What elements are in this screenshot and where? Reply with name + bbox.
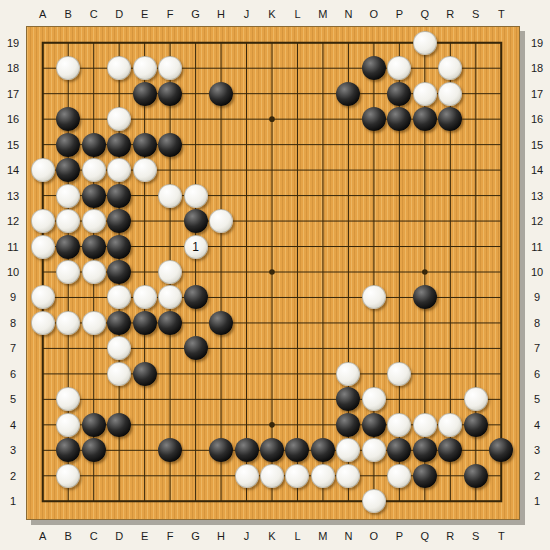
intersection[interactable] [387,285,412,310]
intersection[interactable] [132,412,157,437]
white-stone[interactable] [31,209,55,233]
intersection[interactable] [106,412,131,437]
intersection[interactable] [132,234,157,259]
intersection[interactable] [183,361,208,386]
intersection[interactable] [157,412,182,437]
black-stone[interactable] [362,413,386,437]
intersection[interactable] [361,183,386,208]
intersection[interactable] [55,208,80,233]
intersection[interactable] [259,310,284,335]
intersection[interactable] [336,438,361,463]
intersection[interactable] [336,157,361,182]
intersection[interactable] [132,30,157,55]
intersection[interactable] [30,55,55,80]
intersection[interactable] [285,412,310,437]
black-stone[interactable] [82,133,106,157]
intersection[interactable] [132,489,157,514]
intersection[interactable] [336,183,361,208]
intersection[interactable] [489,412,514,437]
intersection[interactable] [463,55,488,80]
intersection[interactable] [285,81,310,106]
intersection[interactable] [336,310,361,335]
intersection[interactable] [310,463,335,488]
white-stone[interactable] [438,82,462,106]
intersection[interactable] [336,234,361,259]
intersection[interactable] [30,438,55,463]
intersection[interactable] [412,157,437,182]
intersection[interactable] [387,132,412,157]
intersection[interactable] [489,438,514,463]
intersection[interactable] [183,336,208,361]
intersection[interactable] [489,183,514,208]
intersection[interactable] [387,412,412,437]
intersection[interactable] [259,463,284,488]
intersection[interactable] [489,361,514,386]
white-stone[interactable] [438,413,462,437]
intersection[interactable] [463,183,488,208]
intersection[interactable] [81,106,106,131]
white-stone[interactable] [56,56,80,80]
white-stone[interactable] [362,387,386,411]
intersection[interactable] [81,157,106,182]
intersection[interactable] [412,285,437,310]
intersection[interactable] [55,438,80,463]
intersection[interactable] [336,106,361,131]
black-stone[interactable] [56,133,80,157]
white-stone[interactable] [158,260,182,284]
intersection[interactable] [132,106,157,131]
white-stone[interactable] [133,158,157,182]
intersection[interactable] [489,208,514,233]
intersection[interactable] [30,183,55,208]
intersection[interactable] [438,336,463,361]
intersection[interactable] [285,310,310,335]
intersection[interactable] [387,30,412,55]
intersection[interactable] [438,361,463,386]
intersection[interactable] [183,208,208,233]
white-stone[interactable] [56,387,80,411]
intersection[interactable] [157,183,182,208]
intersection[interactable] [157,81,182,106]
intersection[interactable] [310,489,335,514]
intersection[interactable] [336,463,361,488]
intersection[interactable] [285,30,310,55]
black-stone[interactable] [387,107,411,131]
intersection[interactable] [183,387,208,412]
intersection[interactable] [361,310,386,335]
intersection[interactable] [259,106,284,131]
intersection[interactable] [285,361,310,386]
intersection[interactable] [234,412,259,437]
intersection[interactable] [81,132,106,157]
intersection[interactable] [81,208,106,233]
intersection[interactable] [412,183,437,208]
intersection[interactable] [106,106,131,131]
intersection[interactable] [30,361,55,386]
white-stone[interactable] [133,56,157,80]
intersection[interactable] [55,106,80,131]
intersection[interactable] [463,285,488,310]
intersection[interactable] [387,55,412,80]
intersection[interactable] [489,463,514,488]
black-stone[interactable] [464,464,488,488]
intersection[interactable] [55,310,80,335]
black-stone[interactable] [82,184,106,208]
intersection[interactable] [157,310,182,335]
white-stone[interactable] [387,362,411,386]
white-stone[interactable] [158,184,182,208]
white-stone[interactable] [438,56,462,80]
intersection[interactable] [361,132,386,157]
intersection[interactable] [157,106,182,131]
intersection[interactable] [157,336,182,361]
white-stone[interactable] [82,158,106,182]
intersection[interactable] [438,438,463,463]
intersection[interactable] [208,310,233,335]
intersection[interactable] [259,208,284,233]
intersection[interactable] [55,132,80,157]
white-stone[interactable] [31,158,55,182]
intersection[interactable] [55,234,80,259]
intersection[interactable] [259,387,284,412]
intersection[interactable] [463,30,488,55]
intersection[interactable] [463,157,488,182]
intersection[interactable] [30,157,55,182]
intersection[interactable] [310,30,335,55]
white-stone[interactable] [235,464,259,488]
intersection[interactable] [157,55,182,80]
intersection[interactable] [30,132,55,157]
white-stone[interactable] [158,56,182,80]
intersection[interactable] [81,412,106,437]
intersection[interactable] [106,259,131,284]
intersection[interactable] [55,157,80,182]
intersection[interactable] [183,438,208,463]
white-stone[interactable] [158,285,182,309]
intersection[interactable] [81,463,106,488]
white-stone[interactable] [56,464,80,488]
intersection[interactable]: 1 [183,234,208,259]
intersection[interactable] [310,157,335,182]
intersection[interactable] [336,412,361,437]
intersection[interactable] [234,183,259,208]
intersection[interactable] [81,438,106,463]
intersection[interactable] [259,157,284,182]
intersection[interactable] [438,30,463,55]
white-stone[interactable] [56,209,80,233]
intersection[interactable] [463,259,488,284]
white-stone[interactable] [387,464,411,488]
intersection[interactable] [438,259,463,284]
intersection[interactable] [259,285,284,310]
intersection[interactable] [310,438,335,463]
intersection[interactable] [387,106,412,131]
intersection[interactable] [438,387,463,412]
intersection[interactable] [234,208,259,233]
white-stone[interactable] [56,184,80,208]
intersection[interactable] [183,30,208,55]
intersection[interactable] [387,336,412,361]
intersection[interactable] [208,30,233,55]
white-stone[interactable] [31,235,55,259]
intersection[interactable] [387,387,412,412]
intersection[interactable] [183,310,208,335]
intersection[interactable] [285,438,310,463]
black-stone[interactable] [82,235,106,259]
black-stone[interactable] [413,464,437,488]
intersection[interactable] [463,132,488,157]
intersection[interactable] [81,259,106,284]
intersection[interactable] [285,387,310,412]
intersection[interactable] [234,310,259,335]
intersection[interactable] [463,336,488,361]
black-stone[interactable] [336,82,360,106]
black-stone[interactable] [413,107,437,131]
intersection[interactable] [234,438,259,463]
intersection[interactable] [310,336,335,361]
intersection[interactable] [183,412,208,437]
intersection[interactable] [438,234,463,259]
intersection[interactable] [361,285,386,310]
intersection[interactable] [81,336,106,361]
intersection[interactable] [30,489,55,514]
white-stone[interactable] [464,387,488,411]
intersection[interactable] [157,387,182,412]
intersection[interactable] [387,310,412,335]
intersection[interactable] [489,310,514,335]
black-stone[interactable] [285,438,309,462]
intersection[interactable] [285,336,310,361]
black-stone[interactable] [107,235,131,259]
intersection[interactable] [157,157,182,182]
intersection[interactable] [208,438,233,463]
intersection[interactable] [361,106,386,131]
black-stone[interactable] [158,82,182,106]
intersection[interactable] [183,106,208,131]
black-stone[interactable] [413,438,437,462]
intersection[interactable] [55,81,80,106]
black-stone[interactable] [387,82,411,106]
intersection[interactable] [132,55,157,80]
intersection[interactable] [259,234,284,259]
intersection[interactable] [208,81,233,106]
black-stone[interactable] [82,413,106,437]
intersection[interactable] [438,55,463,80]
intersection[interactable] [463,81,488,106]
white-stone[interactable] [31,311,55,335]
intersection[interactable] [183,259,208,284]
intersection[interactable] [361,30,386,55]
black-stone[interactable] [56,107,80,131]
intersection[interactable] [438,310,463,335]
black-stone[interactable] [158,133,182,157]
white-stone[interactable] [133,285,157,309]
intersection[interactable] [412,106,437,131]
intersection[interactable] [489,55,514,80]
intersection[interactable] [463,489,488,514]
intersection[interactable] [106,387,131,412]
intersection[interactable] [183,489,208,514]
intersection[interactable] [234,489,259,514]
intersection[interactable] [106,310,131,335]
black-stone[interactable] [82,438,106,462]
black-stone[interactable] [362,107,386,131]
intersection[interactable] [438,285,463,310]
intersection[interactable] [361,157,386,182]
intersection[interactable] [285,106,310,131]
white-stone[interactable] [209,209,233,233]
intersection[interactable] [285,183,310,208]
intersection[interactable] [106,489,131,514]
intersection[interactable] [234,285,259,310]
intersection[interactable] [234,259,259,284]
intersection[interactable] [157,30,182,55]
intersection[interactable] [234,336,259,361]
intersection[interactable] [81,387,106,412]
white-stone[interactable] [82,209,106,233]
intersection[interactable] [106,234,131,259]
intersection[interactable] [259,489,284,514]
intersection[interactable] [106,81,131,106]
intersection[interactable] [361,259,386,284]
intersection[interactable] [285,157,310,182]
intersection[interactable] [132,310,157,335]
intersection[interactable] [310,310,335,335]
intersection[interactable] [336,132,361,157]
intersection[interactable] [208,489,233,514]
intersection[interactable] [387,438,412,463]
intersection[interactable] [259,30,284,55]
intersection[interactable] [463,438,488,463]
intersection[interactable] [361,234,386,259]
intersection[interactable] [132,336,157,361]
intersection[interactable] [310,183,335,208]
black-stone[interactable] [133,133,157,157]
intersection[interactable] [106,183,131,208]
intersection[interactable] [106,157,131,182]
intersection[interactable] [30,259,55,284]
intersection[interactable] [489,132,514,157]
intersection[interactable] [310,106,335,131]
intersection[interactable] [208,132,233,157]
intersection[interactable] [285,285,310,310]
intersection[interactable] [336,30,361,55]
intersection[interactable] [30,310,55,335]
intersection[interactable] [55,259,80,284]
white-stone[interactable] [413,82,437,106]
intersection[interactable] [438,81,463,106]
intersection[interactable] [55,183,80,208]
intersection[interactable] [463,387,488,412]
black-stone[interactable] [489,438,513,462]
intersection[interactable] [285,489,310,514]
black-stone[interactable] [260,438,284,462]
white-stone[interactable] [362,438,386,462]
intersection[interactable] [361,387,386,412]
intersection[interactable] [336,55,361,80]
intersection[interactable] [55,336,80,361]
white-stone[interactable] [285,464,309,488]
intersection[interactable] [55,285,80,310]
intersection[interactable] [438,157,463,182]
intersection[interactable] [361,336,386,361]
intersection[interactable] [30,285,55,310]
black-stone[interactable] [209,438,233,462]
intersection[interactable] [30,234,55,259]
intersection[interactable] [412,132,437,157]
white-stone[interactable] [56,260,80,284]
intersection[interactable] [30,81,55,106]
intersection[interactable] [132,361,157,386]
intersection[interactable] [361,463,386,488]
intersection[interactable] [81,183,106,208]
intersection[interactable] [183,55,208,80]
intersection[interactable] [234,132,259,157]
black-stone[interactable] [107,413,131,437]
intersection[interactable] [183,183,208,208]
intersection[interactable] [234,387,259,412]
intersection[interactable] [259,183,284,208]
intersection[interactable] [157,285,182,310]
white-stone[interactable] [107,336,131,360]
black-stone[interactable] [158,438,182,462]
intersection[interactable] [208,336,233,361]
intersection[interactable] [387,183,412,208]
white-stone[interactable] [387,413,411,437]
intersection[interactable] [81,285,106,310]
intersection[interactable] [81,310,106,335]
intersection[interactable] [310,387,335,412]
intersection[interactable] [489,259,514,284]
intersection[interactable] [438,463,463,488]
intersection[interactable] [259,259,284,284]
white-stone[interactable] [31,285,55,309]
intersection[interactable] [183,285,208,310]
intersection[interactable] [208,106,233,131]
intersection[interactable] [55,361,80,386]
intersection[interactable] [81,81,106,106]
intersection[interactable] [55,30,80,55]
intersection[interactable] [208,259,233,284]
intersection[interactable] [412,489,437,514]
intersection[interactable] [81,234,106,259]
intersection[interactable] [412,30,437,55]
intersection[interactable] [463,234,488,259]
black-stone[interactable] [438,438,462,462]
intersection[interactable] [463,463,488,488]
white-stone[interactable] [107,285,131,309]
intersection[interactable] [412,208,437,233]
black-stone[interactable] [209,311,233,335]
black-stone[interactable] [56,158,80,182]
intersection[interactable] [132,157,157,182]
white-stone[interactable] [107,158,131,182]
intersection[interactable] [81,489,106,514]
intersection[interactable] [259,438,284,463]
intersection[interactable] [55,489,80,514]
intersection[interactable] [234,81,259,106]
intersection[interactable] [81,55,106,80]
intersection[interactable] [412,463,437,488]
intersection[interactable] [30,412,55,437]
white-stone[interactable] [387,56,411,80]
intersection[interactable] [132,463,157,488]
intersection[interactable] [336,81,361,106]
intersection[interactable] [234,30,259,55]
intersection[interactable] [310,259,335,284]
intersection[interactable] [438,183,463,208]
intersection[interactable] [183,463,208,488]
